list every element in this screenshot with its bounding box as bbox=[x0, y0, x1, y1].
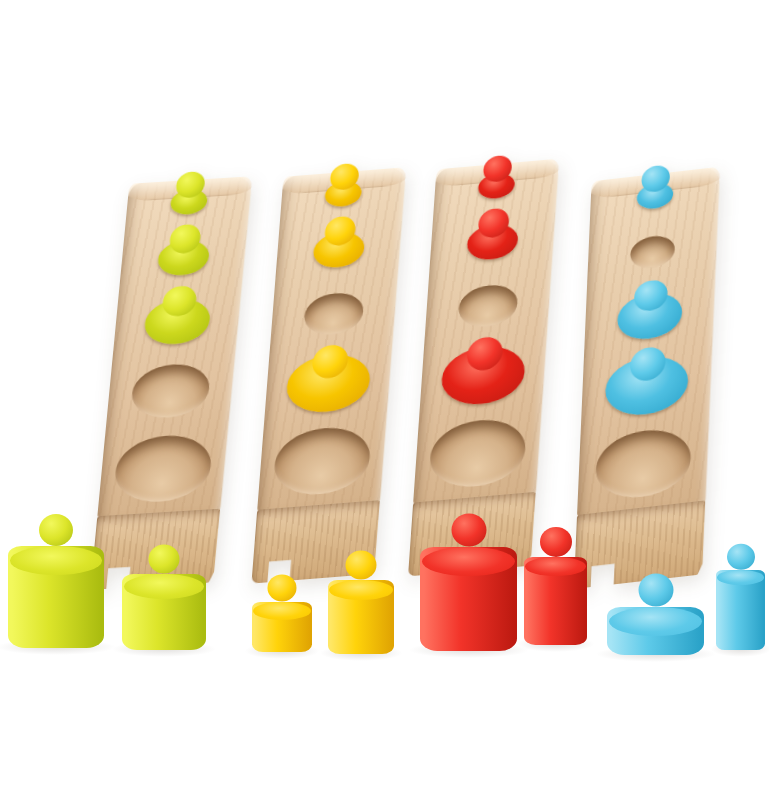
blue-cylinder-top-face bbox=[609, 607, 702, 636]
blue-hole-2[interactable] bbox=[630, 234, 676, 270]
green-knob-4[interactable] bbox=[149, 545, 180, 574]
green-cylinder-4-removed[interactable] bbox=[122, 543, 206, 650]
yellow-cylinder-body[interactable] bbox=[328, 580, 394, 654]
blue-cylinder-5-removed[interactable] bbox=[607, 572, 704, 655]
green-hole-4[interactable] bbox=[130, 362, 212, 420]
blue-cylinder-body[interactable] bbox=[607, 607, 704, 655]
blue-cylinder-2-removed[interactable] bbox=[716, 542, 765, 650]
green-cylinder-block bbox=[90, 176, 252, 590]
blue-cylinder-block bbox=[574, 167, 721, 589]
blue-cylinder-body[interactable] bbox=[716, 570, 765, 650]
yellow-knob-5[interactable] bbox=[346, 551, 377, 580]
yellow-cylinder-block bbox=[251, 167, 406, 583]
yellow-hole-5[interactable] bbox=[272, 425, 372, 498]
green-cylinder-body[interactable] bbox=[8, 546, 104, 648]
green-hole-5[interactable] bbox=[113, 433, 214, 504]
yellow-knob-3[interactable] bbox=[268, 574, 297, 601]
red-cylinder-top-face bbox=[422, 547, 515, 576]
red-cylinder-3-removed[interactable] bbox=[524, 525, 587, 645]
red-cylinder-body[interactable] bbox=[420, 547, 517, 651]
red-cylinder-5-removed[interactable] bbox=[420, 512, 517, 651]
green-cylinder-body[interactable] bbox=[122, 574, 206, 650]
red-cylinder-body[interactable] bbox=[524, 557, 587, 645]
yellow-hole-3[interactable] bbox=[303, 291, 365, 336]
green-block-top-face bbox=[97, 176, 252, 518]
red-cylinder-top-face bbox=[525, 557, 585, 576]
yellow-cylinder-3-removed[interactable] bbox=[252, 573, 312, 652]
blue-hole-5[interactable] bbox=[595, 425, 692, 502]
green-cylinder-5-removed[interactable] bbox=[8, 512, 104, 648]
red-hole-5[interactable] bbox=[428, 416, 527, 490]
yellow-cylinder-top-face bbox=[253, 602, 311, 620]
green-cylinder-top-face bbox=[124, 574, 205, 599]
blue-knob-5[interactable] bbox=[638, 574, 673, 607]
yellow-cylinder-top-face bbox=[329, 580, 392, 600]
blue-cylinder-top-face bbox=[717, 570, 764, 585]
red-block-top-face bbox=[413, 159, 559, 505]
red-knob-5[interactable] bbox=[451, 514, 486, 547]
blue-block-top-face bbox=[577, 167, 720, 517]
blue-knob-2[interactable] bbox=[727, 543, 755, 569]
red-hole-3[interactable] bbox=[457, 283, 518, 329]
yellow-cylinder-body[interactable] bbox=[252, 602, 312, 652]
red-knob-3[interactable] bbox=[540, 527, 572, 557]
yellow-block-top-face bbox=[257, 167, 407, 512]
green-cylinder-top-face bbox=[10, 546, 102, 575]
toy-scene bbox=[0, 0, 769, 800]
green-knob-5[interactable] bbox=[39, 514, 73, 546]
yellow-cylinder-5-removed[interactable] bbox=[328, 549, 394, 654]
